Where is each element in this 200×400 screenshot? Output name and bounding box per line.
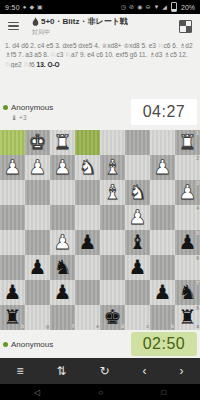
file-label-g: g (46, 324, 49, 329)
rank-label-5: 5 (196, 231, 199, 236)
square-a1[interactable]: ♜1 (175, 130, 200, 155)
android-nav-bar: ◁ ○ □ (0, 384, 200, 400)
square-f7[interactable]: ♟ (50, 280, 75, 305)
clock-black: 02:50 (131, 332, 197, 356)
player-card-white: Anonymous ♝ +3 04:27 (0, 94, 200, 130)
clock-time: 9:50 (5, 4, 20, 11)
player-name-white: Anonymous (11, 103, 53, 112)
player-name-black: Anonymous (11, 340, 53, 349)
square-g4[interactable] (25, 205, 50, 230)
square-e7[interactable] (75, 280, 100, 305)
square-d4[interactable] (100, 205, 125, 230)
square-g8[interactable]: g (25, 305, 50, 330)
square-e5[interactable]: ♟ (75, 230, 100, 255)
square-a8[interactable]: ♜8a (175, 305, 200, 330)
square-g7[interactable] (25, 280, 50, 305)
square-h8[interactable]: ♜h (0, 305, 25, 330)
app-bar: 5+0・Blitz・非レート戦 対局中 (0, 14, 200, 38)
alarm-icon: ◷ (121, 4, 126, 10)
piece-white-bishop[interactable]: ♝ (100, 155, 125, 180)
battery-percent: 20% (181, 4, 195, 11)
piece-white-pawn[interactable]: ♟ (25, 155, 50, 180)
square-d8[interactable]: ♚d (100, 305, 125, 330)
file-label-f: f (72, 324, 74, 329)
online-indicator (3, 105, 8, 110)
file-label-c: c (146, 324, 149, 329)
material-advantage: ♝ +3 (3, 114, 131, 122)
system-notification-icon: ▣ (37, 4, 43, 10)
square-f3[interactable] (50, 180, 75, 205)
square-d3[interactable]: ♝ (100, 180, 125, 205)
rank-label-6: 6 (196, 256, 199, 261)
clock-white: 04:27 (131, 99, 197, 125)
square-f5[interactable]: ♟ (50, 230, 75, 255)
board-settings-icon[interactable] (179, 20, 192, 33)
square-f1[interactable]: ♜ (50, 130, 75, 155)
menu-icon[interactable] (8, 22, 19, 31)
move-back-icon[interactable]: ‹ (143, 365, 147, 377)
square-c3[interactable]: ♞ (125, 180, 150, 205)
game-status: 対局中 (32, 28, 179, 37)
piece-white-pawn[interactable]: ♟ (50, 155, 75, 180)
game-title-row: 5+0・Blitz・非レート戦 (32, 16, 179, 27)
notification-icon: ◆ (29, 4, 34, 10)
rank-label-2: 2 (196, 156, 199, 161)
flip-board-icon[interactable]: ⇅ (56, 365, 66, 377)
square-b7[interactable]: ♟ (150, 280, 175, 305)
spacer (0, 68, 200, 94)
square-g2[interactable]: ♟ (25, 155, 50, 180)
square-c5[interactable]: ♝ (125, 230, 150, 255)
rank-label-8: 8 (196, 306, 199, 311)
square-b4[interactable] (150, 205, 175, 230)
move-forward-icon[interactable]: › (180, 365, 184, 377)
signal-icon: ◢ (162, 4, 167, 10)
square-h1[interactable] (0, 130, 25, 155)
move-list[interactable]: 1. d4 d6 2. c4 e5 3. dxe5 dxe5 4. ♕xd8+ … (0, 38, 200, 68)
square-d2[interactable]: ♝ (100, 155, 125, 180)
player-card-black: Anonymous 02:50 (0, 330, 200, 358)
square-f8[interactable]: f (50, 305, 75, 330)
game-toolbar: ≡ ⇅ ↻ ‹ › (0, 358, 200, 384)
square-c2[interactable] (125, 155, 150, 180)
piece-white-knight[interactable]: ♞ (75, 155, 100, 180)
piece-white-pawn[interactable]: ♟ (125, 205, 150, 230)
square-e1[interactable] (75, 130, 100, 155)
square-d1[interactable] (100, 130, 125, 155)
square-b6[interactable] (150, 255, 175, 280)
current-move[interactable]: 13. O-O (37, 61, 60, 68)
square-a3[interactable]: ♟3 (175, 180, 200, 205)
location-icon: ◉ (137, 4, 142, 10)
menu-icon[interactable]: ≡ (16, 365, 23, 377)
piece-white-pawn[interactable]: ♟ (150, 155, 175, 180)
android-home-icon[interactable]: ○ (98, 388, 103, 397)
square-g6[interactable]: ♟ (25, 255, 50, 280)
square-e3[interactable] (75, 180, 100, 205)
square-h7[interactable]: ♟ (0, 280, 25, 305)
square-g3[interactable] (25, 180, 50, 205)
square-f2[interactable]: ♟ (50, 155, 75, 180)
file-label-a: a (196, 324, 199, 329)
file-label-b: b (171, 324, 174, 329)
piece-white-king[interactable]: ♚ (25, 130, 50, 155)
piece-black-pawn[interactable]: ♟ (0, 280, 25, 305)
chat-icon: ● (23, 4, 27, 10)
square-f4[interactable] (50, 205, 75, 230)
square-b2[interactable]: ♟ (150, 155, 175, 180)
square-h3[interactable] (0, 180, 25, 205)
square-b8[interactable]: b (150, 305, 175, 330)
refresh-icon[interactable]: ↻ (100, 365, 110, 377)
blitz-flame-icon (32, 17, 39, 26)
captured-bishop-icon: ♝ (11, 114, 17, 122)
square-c4[interactable]: ♟ (125, 205, 150, 230)
android-back-icon[interactable]: ◁ (34, 388, 40, 397)
square-h2[interactable]: ♟ (0, 155, 25, 180)
piece-white-bishop[interactable]: ♝ (100, 180, 125, 205)
online-indicator (3, 342, 8, 347)
piece-black-pawn[interactable]: ♟ (75, 230, 100, 255)
piece-black-bishop[interactable]: ♝ (125, 230, 150, 255)
square-e4[interactable] (75, 205, 100, 230)
square-a4[interactable]: 4 (175, 205, 200, 230)
file-label-d: d (121, 324, 124, 329)
material-diff-value: +3 (19, 114, 26, 121)
square-h6[interactable] (0, 255, 25, 280)
square-c7[interactable] (125, 280, 150, 305)
piece-black-pawn[interactable]: ♟ (50, 280, 75, 305)
square-d6[interactable] (100, 255, 125, 280)
piece-white-knight[interactable]: ♞ (125, 180, 150, 205)
piece-black-pawn[interactable]: ♟ (150, 280, 175, 305)
file-label-e: e (96, 324, 99, 329)
status-bar: 9:50 ● ◆ ▣ ◷ ⊘ ◉ ⊖ ▼ ◢ 20% (0, 0, 200, 14)
square-f6[interactable]: ♞ (50, 255, 75, 280)
data-saver-icon: ⊖ (145, 4, 150, 10)
android-recents-icon[interactable]: □ (161, 388, 166, 397)
wifi-icon: ▼ (153, 4, 159, 10)
played-moves[interactable]: 1. d4 d6 2. c4 e5 3. dxe5 dxe5 4. ♕xd8+ … (5, 42, 193, 68)
square-h5[interactable] (0, 230, 25, 255)
file-label-h: h (21, 324, 24, 329)
square-c6[interactable]: ♟ (125, 255, 150, 280)
game-title: 5+0・Blitz・非レート戦 (41, 16, 128, 27)
piece-white-pawn[interactable]: ♟ (0, 155, 25, 180)
square-g5[interactable] (25, 230, 50, 255)
square-g1[interactable]: ♚ (25, 130, 50, 155)
square-a5[interactable]: ♟5 (175, 230, 200, 255)
rank-label-4: 4 (196, 206, 199, 211)
square-a7[interactable]: ♞7 (175, 280, 200, 305)
piece-black-pawn[interactable]: ♟ (25, 255, 50, 280)
square-c1[interactable] (125, 130, 150, 155)
square-a2[interactable]: 2 (175, 155, 200, 180)
square-e2[interactable]: ♞ (75, 155, 100, 180)
square-b1[interactable] (150, 130, 175, 155)
square-h4[interactable] (0, 205, 25, 230)
mute-icon: ⊘ (129, 4, 134, 10)
square-b3[interactable] (150, 180, 175, 205)
rank-label-7: 7 (196, 281, 199, 286)
square-a6[interactable]: 6 (175, 255, 200, 280)
rank-label-3: 3 (196, 181, 199, 186)
square-e8[interactable]: e (75, 305, 100, 330)
square-b5[interactable] (150, 230, 175, 255)
piece-white-pawn[interactable]: ♟ (50, 230, 75, 255)
square-d7[interactable] (100, 280, 125, 305)
piece-black-knight[interactable]: ♞ (50, 255, 75, 280)
square-d5[interactable] (100, 230, 125, 255)
chess-board[interactable]: ♚♜♜1♟♟♟♞♝♟2♝♞♟3♟4♟♟♝♟5♟♞♟6♟♟♟♞7♜hgfe♚dcb… (0, 130, 200, 330)
square-e6[interactable] (75, 255, 100, 280)
battery-icon (171, 2, 177, 12)
rank-label-1: 1 (196, 131, 199, 136)
piece-white-rook[interactable]: ♜ (50, 130, 75, 155)
piece-black-pawn[interactable]: ♟ (125, 255, 150, 280)
square-c8[interactable]: c (125, 305, 150, 330)
